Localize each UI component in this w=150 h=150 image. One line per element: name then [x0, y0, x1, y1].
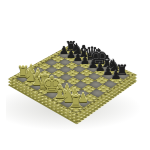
piece-white-rook-h1[interactable]: ♜	[69, 93, 83, 109]
chess-set-photo: ♜♞♝♛♚♝♞♜♟♟♟♟♟♟♟♟♟♟♟♟♟♟♟♟♜♞♝♛♚♝♞♜	[0, 0, 150, 150]
piece-black-pawn-h7[interactable]: ♟	[111, 69, 121, 81]
